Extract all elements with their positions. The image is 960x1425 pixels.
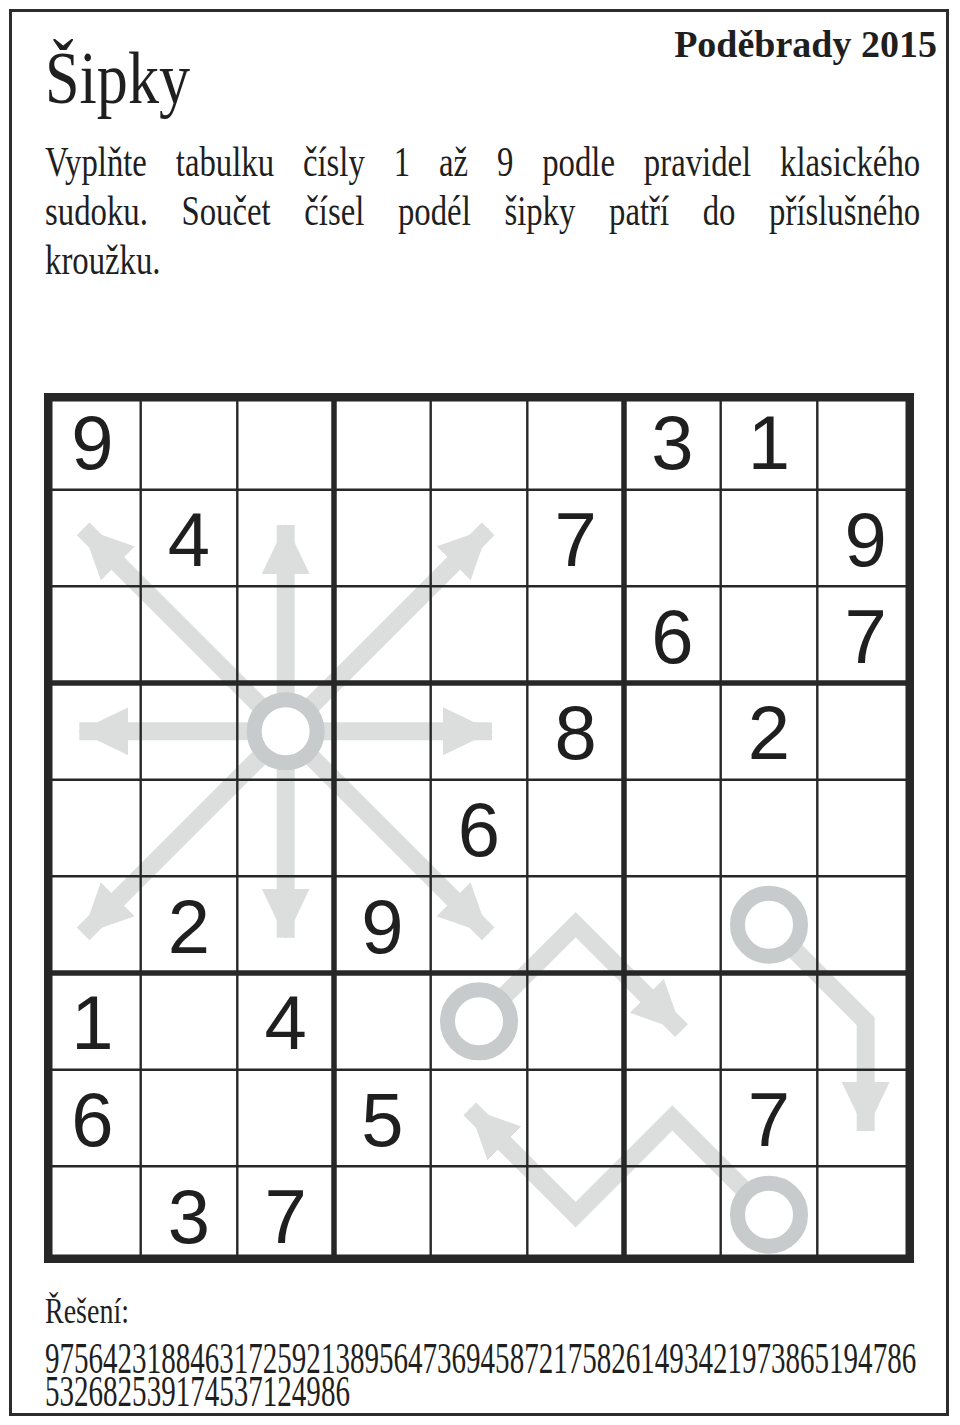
instructions: Vyplňte tabulku čísly 1 až 9 podle pravi… [45, 138, 960, 285]
cell-r3c6[interactable] [527, 588, 624, 685]
cell-r2c2: 4 [141, 492, 238, 589]
cell-r6c4: 9 [334, 878, 431, 975]
cell-r2c5[interactable] [431, 492, 528, 589]
cell-r9c1[interactable] [44, 1168, 141, 1265]
cell-r7c3: 4 [237, 975, 334, 1072]
cell-r4c4[interactable] [334, 685, 431, 782]
page: Poděbrady 2015 Šipky Vyplňte tabulku čís… [0, 0, 960, 1425]
cell-r5c9[interactable] [817, 782, 914, 879]
cell-r4c7[interactable] [624, 685, 721, 782]
cell-r8c3[interactable] [237, 1072, 334, 1169]
cell-r8c1: 6 [44, 1072, 141, 1169]
cell-r1c8: 1 [721, 395, 818, 492]
instructions-line: Vyplňte tabulku čísly 1 až 9 podle pravi… [45, 138, 920, 187]
solution-section: Řešení: 97564231884631725921389564736945… [45, 1292, 960, 1408]
cell-r5c5: 6 [431, 782, 528, 879]
cell-r9c6[interactable] [527, 1168, 624, 1265]
cell-r4c2[interactable] [141, 685, 238, 782]
cell-r6c2: 2 [141, 878, 238, 975]
cell-r5c7[interactable] [624, 782, 721, 879]
cell-r1c4[interactable] [334, 395, 431, 492]
cell-r5c3[interactable] [237, 782, 334, 879]
cell-r8c9[interactable] [817, 1072, 914, 1169]
cell-r3c9: 7 [817, 588, 914, 685]
cell-r9c4[interactable] [334, 1168, 431, 1265]
cell-r6c8[interactable] [721, 878, 818, 975]
cell-r9c7[interactable] [624, 1168, 721, 1265]
cell-r8c4: 5 [334, 1072, 431, 1169]
cell-r3c7: 6 [624, 588, 721, 685]
cell-r7c6[interactable] [527, 975, 624, 1072]
cell-r5c8[interactable] [721, 782, 818, 879]
instructions-line: kroužku. [45, 236, 920, 285]
cell-r6c6[interactable] [527, 878, 624, 975]
cell-r2c4[interactable] [334, 492, 431, 589]
cell-r1c1: 9 [44, 395, 141, 492]
cell-r3c1[interactable] [44, 588, 141, 685]
cell-r7c5[interactable] [431, 975, 528, 1072]
cell-r9c8[interactable] [721, 1168, 818, 1265]
cell-r9c5[interactable] [431, 1168, 528, 1265]
cell-r8c6[interactable] [527, 1072, 624, 1169]
cell-r5c4[interactable] [334, 782, 431, 879]
cell-r1c7: 3 [624, 395, 721, 492]
cell-r6c7[interactable] [624, 878, 721, 975]
solution-line-2: 532682539174537124986 [45, 1375, 916, 1408]
cell-r4c9[interactable] [817, 685, 914, 782]
solution-label: Řešení: [45, 1292, 960, 1332]
event-label: Poděbrady 2015 [674, 22, 937, 66]
cell-r6c9[interactable] [817, 878, 914, 975]
instructions-line: sudoku. Součet čísel podél šipky patří d… [45, 187, 920, 236]
cell-r3c4[interactable] [334, 588, 431, 685]
cell-r6c1[interactable] [44, 878, 141, 975]
cell-r1c9[interactable] [817, 395, 914, 492]
cell-r9c3: 7 [237, 1168, 334, 1265]
cell-r3c2[interactable] [141, 588, 238, 685]
cell-r4c3[interactable] [237, 685, 334, 782]
cell-r4c1[interactable] [44, 685, 141, 782]
cell-r6c3[interactable] [237, 878, 334, 975]
cell-r8c8: 7 [721, 1072, 818, 1169]
sudoku-board: 93147967826291465737 [44, 393, 914, 1263]
cell-r4c8: 2 [721, 685, 818, 782]
cell-r7c8[interactable] [721, 975, 818, 1072]
cell-r7c4[interactable] [334, 975, 431, 1072]
cell-r8c7[interactable] [624, 1072, 721, 1169]
cell-r2c8[interactable] [721, 492, 818, 589]
cell-r4c6: 8 [527, 685, 624, 782]
cell-r7c2[interactable] [141, 975, 238, 1072]
cell-r7c9[interactable] [817, 975, 914, 1072]
cell-r2c6: 7 [527, 492, 624, 589]
cell-r1c5[interactable] [431, 395, 528, 492]
board-cells: 93147967826291465737 [44, 393, 914, 1263]
cell-r2c3[interactable] [237, 492, 334, 589]
cell-r2c7[interactable] [624, 492, 721, 589]
cell-r5c2[interactable] [141, 782, 238, 879]
page-title: Šipky [45, 40, 190, 118]
cell-r6c5[interactable] [431, 878, 528, 975]
cell-r8c5[interactable] [431, 1072, 528, 1169]
cell-r8c2[interactable] [141, 1072, 238, 1169]
cell-r5c1[interactable] [44, 782, 141, 879]
cell-r2c1[interactable] [44, 492, 141, 589]
cell-r1c3[interactable] [237, 395, 334, 492]
cell-r2c9: 9 [817, 492, 914, 589]
cell-r5c6[interactable] [527, 782, 624, 879]
cell-r3c3[interactable] [237, 588, 334, 685]
cell-r9c9[interactable] [817, 1168, 914, 1265]
cell-r9c2: 3 [141, 1168, 238, 1265]
cell-r1c6[interactable] [527, 395, 624, 492]
cell-r3c5[interactable] [431, 588, 528, 685]
cell-r4c5[interactable] [431, 685, 528, 782]
cell-r7c1: 1 [44, 975, 141, 1072]
cell-r1c2[interactable] [141, 395, 238, 492]
cell-r3c8[interactable] [721, 588, 818, 685]
cell-r7c7[interactable] [624, 975, 721, 1072]
